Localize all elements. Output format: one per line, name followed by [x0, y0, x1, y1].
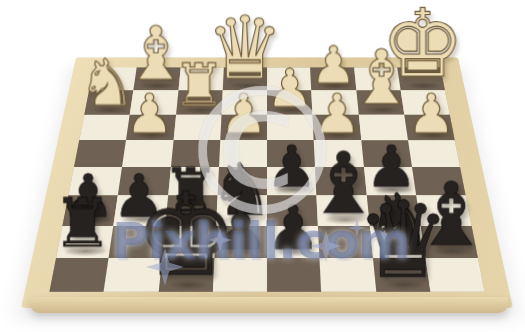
piece-white-pawn: ♟: [219, 87, 268, 139]
piece-white-pawn: ♟: [407, 87, 456, 139]
piece-white-rook: ♜: [172, 58, 225, 114]
pixhill-watermark-text: Pixhill.com: [112, 212, 409, 270]
piece-black-rook: ♜: [52, 192, 113, 256]
square-r3c4: ♟: [220, 115, 267, 140]
square-r3c1: [79, 115, 130, 140]
stock-photo-chess-scene: ♝♛♟♚♞♜♟♝♟♟♟♟♟♟♟♟♜♞♝♜♟♟♞♝♚♛ © Pixhill.com: [0, 0, 525, 332]
square-r2c7: ♝: [356, 90, 404, 114]
board-frame: ♝♛♟♚♞♜♟♝♟♟♟♟♟♟♟♟♜♞♝♜♟♟♞♝♚♛: [21, 57, 513, 308]
square-r2c3: ♜: [176, 90, 223, 114]
piece-white-pawn: ♟: [313, 87, 362, 139]
square-r3c2: ♟: [126, 115, 175, 140]
square-r8c1: [49, 258, 108, 292]
piece-white-pawn: ♟: [125, 87, 174, 139]
piece-white-pawn: ♟: [266, 63, 313, 113]
board-front-edge: [30, 297, 508, 313]
square-r7c1: ♜: [56, 226, 113, 258]
square-r2c5: ♟: [267, 90, 313, 114]
square-r3c3: [173, 115, 221, 140]
